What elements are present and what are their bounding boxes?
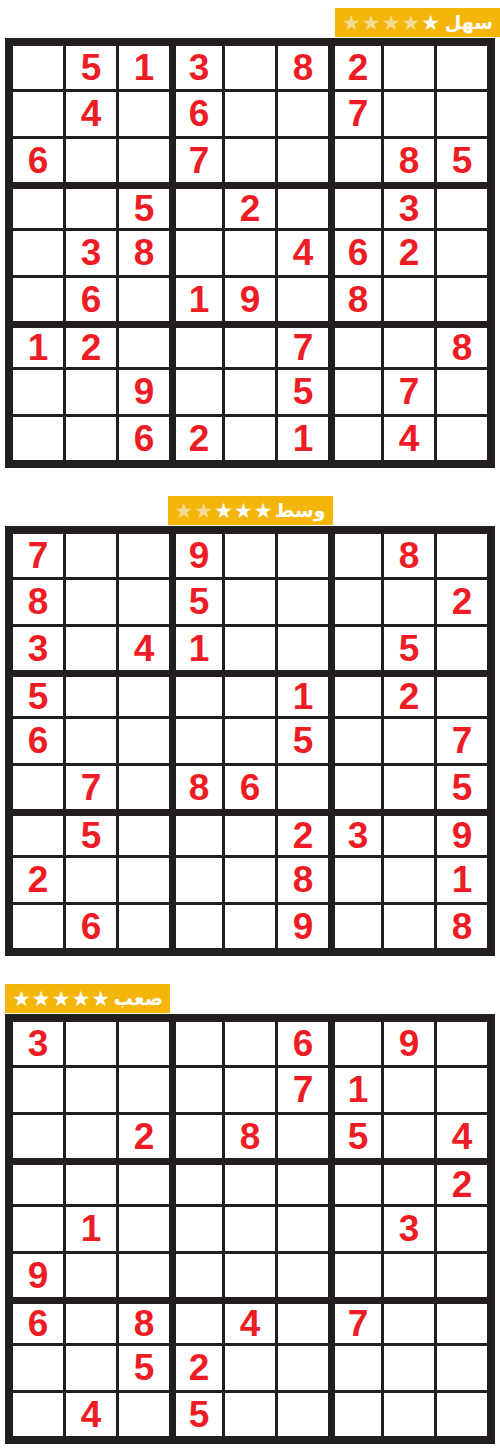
cell-r6c7[interactable] bbox=[331, 766, 381, 809]
cell-r2c5[interactable] bbox=[225, 1068, 275, 1111]
cell-r7c6[interactable] bbox=[278, 1300, 328, 1343]
cell-r7c3[interactable] bbox=[119, 812, 169, 855]
cell-r8c2[interactable] bbox=[66, 370, 116, 413]
cell-r2c4[interactable] bbox=[172, 1068, 222, 1111]
cell-r5c1[interactable]: 6 bbox=[13, 719, 63, 762]
cell-r7c4[interactable] bbox=[172, 1300, 222, 1343]
cell-r9c2[interactable] bbox=[66, 417, 116, 460]
cell-r6c1[interactable]: 9 bbox=[13, 1254, 63, 1297]
cell-r5c5[interactable] bbox=[225, 231, 275, 274]
cell-r4c4[interactable] bbox=[172, 185, 222, 228]
cell-r9c7[interactable] bbox=[331, 1393, 381, 1436]
cell-r6c3[interactable] bbox=[119, 766, 169, 809]
cell-r8c8[interactable]: 7 bbox=[384, 370, 434, 413]
difficulty-stars: ★★★★★ bbox=[12, 988, 110, 1009]
cell-r1c7[interactable]: 2 bbox=[331, 46, 381, 89]
cell-r2c6[interactable] bbox=[278, 92, 328, 135]
cell-r2c3[interactable] bbox=[119, 580, 169, 623]
star-empty-icon: ★ bbox=[175, 500, 194, 521]
cell-r7c8[interactable] bbox=[384, 324, 434, 367]
cell-r8c9[interactable] bbox=[437, 370, 487, 413]
cell-r9c4[interactable] bbox=[172, 905, 222, 948]
cell-r3c1[interactable]: 3 bbox=[13, 627, 63, 670]
cell-r7c6[interactable]: 7 bbox=[278, 324, 328, 367]
cell-r2c5[interactable] bbox=[225, 580, 275, 623]
puzzle-easy: ★★★★★ سهل 513824676785523384626198127895… bbox=[5, 8, 495, 468]
cell-r9c5[interactable] bbox=[225, 417, 275, 460]
star-filled-icon: ★ bbox=[32, 988, 51, 1009]
cell-r9c9[interactable]: 8 bbox=[437, 905, 487, 948]
cell-r5c5[interactable] bbox=[225, 1207, 275, 1250]
cell-r3c8[interactable] bbox=[384, 1115, 434, 1158]
cell-r1c7[interactable] bbox=[331, 534, 381, 577]
cell-r4c5[interactable]: 2 bbox=[225, 185, 275, 228]
difficulty-label: سهل bbox=[445, 13, 493, 32]
cell-r4c5[interactable] bbox=[225, 673, 275, 716]
star-empty-icon: ★ bbox=[382, 12, 401, 33]
cell-r5c2[interactable]: 3 bbox=[66, 231, 116, 274]
cell-r9c9[interactable] bbox=[437, 417, 487, 460]
cell-r6c6[interactable] bbox=[278, 766, 328, 809]
cell-r3c5[interactable]: 8 bbox=[225, 1115, 275, 1158]
cell-r4c4[interactable] bbox=[172, 673, 222, 716]
star-filled-icon: ★ bbox=[214, 500, 233, 521]
cell-r6c8[interactable] bbox=[384, 1254, 434, 1297]
cell-r4c6[interactable]: 1 bbox=[278, 673, 328, 716]
cell-r3c7[interactable] bbox=[331, 139, 381, 182]
cell-r1c6[interactable] bbox=[278, 534, 328, 577]
star-empty-icon: ★ bbox=[194, 500, 213, 521]
star-filled-icon: ★ bbox=[234, 500, 253, 521]
cell-r3c4[interactable] bbox=[172, 1115, 222, 1158]
cell-r3c4[interactable]: 1 bbox=[172, 627, 222, 670]
cell-r3c4[interactable]: 7 bbox=[172, 139, 222, 182]
cell-r8c5[interactable] bbox=[225, 858, 275, 901]
cell-r1c8[interactable]: 8 bbox=[384, 534, 434, 577]
cell-r7c3[interactable]: 8 bbox=[119, 1300, 169, 1343]
cell-r6c3[interactable] bbox=[119, 278, 169, 321]
cell-r2c3[interactable] bbox=[119, 1068, 169, 1111]
cell-r7c2[interactable]: 2 bbox=[66, 324, 116, 367]
cell-r7c5[interactable]: 4 bbox=[225, 1300, 275, 1343]
cell-r8c1[interactable] bbox=[13, 370, 63, 413]
cell-r4c1[interactable] bbox=[13, 1161, 63, 1204]
cell-r1c3[interactable] bbox=[119, 1022, 169, 1065]
cell-r5c9[interactable]: 7 bbox=[437, 719, 487, 762]
cell-r8c2[interactable] bbox=[66, 858, 116, 901]
cell-r4c3[interactable] bbox=[119, 1161, 169, 1204]
cell-r2c4[interactable]: 6 bbox=[172, 92, 222, 135]
cell-r7c9[interactable]: 9 bbox=[437, 812, 487, 855]
cell-r2c1[interactable] bbox=[13, 1068, 63, 1111]
cell-r5c5[interactable] bbox=[225, 719, 275, 762]
cell-r2c3[interactable] bbox=[119, 92, 169, 135]
cell-r8c9[interactable]: 1 bbox=[437, 858, 487, 901]
cell-r5c4[interactable] bbox=[172, 231, 222, 274]
cell-r9c2[interactable]: 6 bbox=[66, 905, 116, 948]
cell-r5c8[interactable] bbox=[384, 719, 434, 762]
cell-r2c6[interactable]: 7 bbox=[278, 1068, 328, 1111]
cell-r6c2[interactable]: 6 bbox=[66, 278, 116, 321]
sudoku-board-hard: 369712854213968475245 bbox=[5, 1014, 495, 1444]
cell-r8c8[interactable] bbox=[384, 1346, 434, 1389]
cell-r1c3[interactable] bbox=[119, 534, 169, 577]
cell-r8c3[interactable]: 9 bbox=[119, 370, 169, 413]
cell-r6c4[interactable]: 1 bbox=[172, 278, 222, 321]
cell-r9c6[interactable]: 1 bbox=[278, 417, 328, 460]
difficulty-banner-medium: ★★★★★ وسط bbox=[168, 496, 333, 525]
cell-r1c8[interactable]: 9 bbox=[384, 1022, 434, 1065]
cell-r5c3[interactable] bbox=[119, 719, 169, 762]
cell-r9c2[interactable]: 4 bbox=[66, 1393, 116, 1436]
cell-r5c2[interactable]: 1 bbox=[66, 1207, 116, 1250]
cell-r6c5[interactable]: 9 bbox=[225, 278, 275, 321]
difficulty-banner-easy: ★★★★★ سهل bbox=[335, 8, 500, 37]
cell-r2c6[interactable] bbox=[278, 580, 328, 623]
cell-r2c1[interactable]: 8 bbox=[13, 580, 63, 623]
cell-r8c7[interactable] bbox=[331, 370, 381, 413]
cell-r6c1[interactable] bbox=[13, 278, 63, 321]
cell-r7c7[interactable]: 3 bbox=[331, 812, 381, 855]
cell-r4c9[interactable] bbox=[437, 185, 487, 228]
cell-r5c7[interactable] bbox=[331, 719, 381, 762]
cell-r1c8[interactable] bbox=[384, 46, 434, 89]
cell-r9c7[interactable] bbox=[331, 417, 381, 460]
cell-r9c5[interactable] bbox=[225, 905, 275, 948]
cell-r9c8[interactable] bbox=[384, 905, 434, 948]
cell-r4c9[interactable] bbox=[437, 673, 487, 716]
cell-r6c8[interactable] bbox=[384, 278, 434, 321]
star-filled-icon: ★ bbox=[91, 988, 110, 1009]
cell-r7c7[interactable]: 7 bbox=[331, 1300, 381, 1343]
cell-r3c6[interactable] bbox=[278, 627, 328, 670]
cell-r5c3[interactable]: 8 bbox=[119, 231, 169, 274]
cell-r9c3[interactable]: 6 bbox=[119, 417, 169, 460]
cell-r7c4[interactable] bbox=[172, 324, 222, 367]
cell-r6c2[interactable] bbox=[66, 1254, 116, 1297]
cell-r6c5[interactable]: 6 bbox=[225, 766, 275, 809]
cell-r3c2[interactable] bbox=[66, 139, 116, 182]
cell-r4c7[interactable] bbox=[331, 185, 381, 228]
cell-r1c2[interactable] bbox=[66, 1022, 116, 1065]
difficulty-label: وسط bbox=[275, 501, 326, 520]
cell-r3c1[interactable] bbox=[13, 1115, 63, 1158]
cell-r6c6[interactable] bbox=[278, 1254, 328, 1297]
cell-r9c1[interactable] bbox=[13, 1393, 63, 1436]
cell-r6c7[interactable]: 8 bbox=[331, 278, 381, 321]
cell-r5c8[interactable]: 2 bbox=[384, 231, 434, 274]
cell-r8c6[interactable] bbox=[278, 1346, 328, 1389]
cell-r4c2[interactable] bbox=[66, 185, 116, 228]
cell-r8c6[interactable]: 5 bbox=[278, 370, 328, 413]
cell-r9c8[interactable]: 4 bbox=[384, 417, 434, 460]
cell-r8c9[interactable] bbox=[437, 1346, 487, 1389]
cell-r5c1[interactable] bbox=[13, 1207, 63, 1250]
cell-r4c2[interactable] bbox=[66, 673, 116, 716]
cell-r3c8[interactable]: 8 bbox=[384, 139, 434, 182]
cell-r6c4[interactable]: 8 bbox=[172, 766, 222, 809]
cell-r2c5[interactable] bbox=[225, 92, 275, 135]
cell-r8c2[interactable] bbox=[66, 1346, 116, 1389]
cell-r8c4[interactable] bbox=[172, 370, 222, 413]
cell-r4c1[interactable] bbox=[13, 185, 63, 228]
cell-r9c3[interactable] bbox=[119, 905, 169, 948]
cell-r7c9[interactable]: 8 bbox=[437, 324, 487, 367]
cell-r3c9[interactable] bbox=[437, 627, 487, 670]
cell-r5c6[interactable]: 5 bbox=[278, 719, 328, 762]
cell-r1c5[interactable] bbox=[225, 1022, 275, 1065]
cell-r7c1[interactable] bbox=[13, 812, 63, 855]
cell-r8c1[interactable] bbox=[13, 1346, 63, 1389]
cell-r5c6[interactable] bbox=[278, 1207, 328, 1250]
cell-r7c1[interactable]: 6 bbox=[13, 1300, 63, 1343]
cell-r3c2[interactable] bbox=[66, 627, 116, 670]
cell-r5c4[interactable] bbox=[172, 719, 222, 762]
cell-r2c8[interactable] bbox=[384, 580, 434, 623]
cell-r8c3[interactable] bbox=[119, 858, 169, 901]
cell-r1c7[interactable] bbox=[331, 1022, 381, 1065]
cell-r7c8[interactable] bbox=[384, 812, 434, 855]
cell-r3c1[interactable]: 6 bbox=[13, 139, 63, 182]
star-filled-icon: ★ bbox=[52, 988, 71, 1009]
cell-r8c5[interactable] bbox=[225, 370, 275, 413]
difficulty-label: صعب bbox=[114, 989, 163, 1008]
cell-r8c3[interactable]: 5 bbox=[119, 1346, 169, 1389]
cell-r5c3[interactable] bbox=[119, 1207, 169, 1250]
cell-r3c6[interactable] bbox=[278, 139, 328, 182]
cell-r4c5[interactable] bbox=[225, 1161, 275, 1204]
difficulty-stars: ★★★★★ bbox=[342, 12, 440, 33]
cell-r9c4[interactable]: 2 bbox=[172, 417, 222, 460]
star-empty-icon: ★ bbox=[362, 12, 381, 33]
cell-r1c6[interactable]: 8 bbox=[278, 46, 328, 89]
cell-r1c6[interactable]: 6 bbox=[278, 1022, 328, 1065]
puzzle-hard: ★★★★★ صعب 369712854213968475245 bbox=[5, 984, 495, 1444]
cell-r3c9[interactable]: 5 bbox=[437, 139, 487, 182]
cell-r4c7[interactable] bbox=[331, 673, 381, 716]
sudoku-board-easy: 51382467678552338462619812789576214 bbox=[5, 38, 495, 468]
cell-r1c5[interactable] bbox=[225, 46, 275, 89]
star-empty-icon: ★ bbox=[401, 12, 420, 33]
cell-r6c6[interactable] bbox=[278, 278, 328, 321]
cell-r4c3[interactable] bbox=[119, 673, 169, 716]
sudoku-board-medium: 798852341551265778655239281698 bbox=[5, 526, 495, 956]
cell-r5c6[interactable]: 4 bbox=[278, 231, 328, 274]
cell-r4c2[interactable] bbox=[66, 1161, 116, 1204]
cell-r7c1[interactable]: 1 bbox=[13, 324, 63, 367]
cell-r4c8[interactable] bbox=[384, 1161, 434, 1204]
cell-r3c3[interactable] bbox=[119, 139, 169, 182]
cell-r2c7[interactable]: 7 bbox=[331, 92, 381, 135]
cell-r1c9[interactable] bbox=[437, 46, 487, 89]
cell-r9c6[interactable] bbox=[278, 1393, 328, 1436]
cell-r6c9[interactable]: 5 bbox=[437, 766, 487, 809]
cell-r4c6[interactable] bbox=[278, 1161, 328, 1204]
cell-r2c2[interactable] bbox=[66, 580, 116, 623]
cell-r3c7[interactable]: 5 bbox=[331, 1115, 381, 1158]
puzzle-medium: ★★★★★ وسط 798852341551265778655239281698 bbox=[5, 496, 495, 956]
cell-r9c7[interactable] bbox=[331, 905, 381, 948]
cell-r8c1[interactable]: 2 bbox=[13, 858, 63, 901]
cell-r1c4[interactable] bbox=[172, 1022, 222, 1065]
star-filled-icon: ★ bbox=[421, 12, 440, 33]
cell-r5c9[interactable] bbox=[437, 1207, 487, 1250]
cell-r5c7[interactable]: 6 bbox=[331, 231, 381, 274]
cell-r5c1[interactable] bbox=[13, 231, 63, 274]
cell-r2c4[interactable]: 5 bbox=[172, 580, 222, 623]
cell-r1c5[interactable] bbox=[225, 534, 275, 577]
cell-r2c2[interactable]: 4 bbox=[66, 92, 116, 135]
cell-r5c7[interactable] bbox=[331, 1207, 381, 1250]
cell-r5c2[interactable] bbox=[66, 719, 116, 762]
cell-r1c4[interactable]: 3 bbox=[172, 46, 222, 89]
cell-r6c9[interactable] bbox=[437, 1254, 487, 1297]
cell-r9c5[interactable] bbox=[225, 1393, 275, 1436]
cell-r1c1[interactable]: 7 bbox=[13, 534, 63, 577]
cell-r7c7[interactable] bbox=[331, 324, 381, 367]
cell-r1c2[interactable] bbox=[66, 534, 116, 577]
cell-r3c3[interactable]: 2 bbox=[119, 1115, 169, 1158]
cell-r5c9[interactable] bbox=[437, 231, 487, 274]
cell-r2c9[interactable] bbox=[437, 92, 487, 135]
cell-r8c5[interactable] bbox=[225, 1346, 275, 1389]
cell-r7c5[interactable] bbox=[225, 324, 275, 367]
cell-r4c4[interactable] bbox=[172, 1161, 222, 1204]
cell-r7c2[interactable] bbox=[66, 1300, 116, 1343]
cell-r3c7[interactable] bbox=[331, 627, 381, 670]
star-empty-icon: ★ bbox=[342, 12, 361, 33]
star-filled-icon: ★ bbox=[12, 988, 31, 1009]
cell-r9c9[interactable] bbox=[437, 1393, 487, 1436]
cell-r7c6[interactable]: 2 bbox=[278, 812, 328, 855]
cell-r6c7[interactable] bbox=[331, 1254, 381, 1297]
cell-r2c7[interactable] bbox=[331, 580, 381, 623]
cell-r6c9[interactable] bbox=[437, 278, 487, 321]
sudoku-page: ★★★★★ سهل 513824676785523384626198127895… bbox=[0, 0, 500, 1456]
cell-r6c4[interactable] bbox=[172, 1254, 222, 1297]
cell-r9c6[interactable]: 9 bbox=[278, 905, 328, 948]
cell-r1c1[interactable]: 3 bbox=[13, 1022, 63, 1065]
cell-r3c3[interactable]: 4 bbox=[119, 627, 169, 670]
cell-r7c4[interactable] bbox=[172, 812, 222, 855]
cell-r7c2[interactable]: 5 bbox=[66, 812, 116, 855]
cell-r7c8[interactable] bbox=[384, 1300, 434, 1343]
cell-r3c9[interactable]: 4 bbox=[437, 1115, 487, 1158]
cell-r3c5[interactable] bbox=[225, 627, 275, 670]
cell-r6c5[interactable] bbox=[225, 1254, 275, 1297]
cell-r2c8[interactable] bbox=[384, 1068, 434, 1111]
cell-r3c2[interactable] bbox=[66, 1115, 116, 1158]
cell-r1c1[interactable] bbox=[13, 46, 63, 89]
cell-r2c2[interactable] bbox=[66, 1068, 116, 1111]
cell-r9c1[interactable] bbox=[13, 417, 63, 460]
cell-r6c8[interactable] bbox=[384, 766, 434, 809]
cell-r9c1[interactable] bbox=[13, 905, 63, 948]
cell-r8c7[interactable] bbox=[331, 1346, 381, 1389]
cell-r2c9[interactable] bbox=[437, 1068, 487, 1111]
cell-r2c9[interactable]: 2 bbox=[437, 580, 487, 623]
cell-r9c4[interactable]: 5 bbox=[172, 1393, 222, 1436]
cell-r8c6[interactable]: 8 bbox=[278, 858, 328, 901]
cell-r6c1[interactable] bbox=[13, 766, 63, 809]
cell-r6c2[interactable]: 7 bbox=[66, 766, 116, 809]
cell-r3c5[interactable] bbox=[225, 139, 275, 182]
cell-r5c8[interactable]: 3 bbox=[384, 1207, 434, 1250]
cell-r1c9[interactable] bbox=[437, 1022, 487, 1065]
cell-r1c9[interactable] bbox=[437, 534, 487, 577]
star-filled-icon: ★ bbox=[254, 500, 273, 521]
cell-r4c9[interactable]: 2 bbox=[437, 1161, 487, 1204]
cell-r4c8[interactable]: 2 bbox=[384, 673, 434, 716]
cell-r8c4[interactable]: 2 bbox=[172, 1346, 222, 1389]
cell-r8c8[interactable] bbox=[384, 858, 434, 901]
cell-r1c2[interactable]: 5 bbox=[66, 46, 116, 89]
cell-r1c4[interactable]: 9 bbox=[172, 534, 222, 577]
difficulty-stars: ★★★★★ bbox=[175, 500, 273, 521]
cell-r7c3[interactable] bbox=[119, 324, 169, 367]
cell-r6c3[interactable] bbox=[119, 1254, 169, 1297]
cell-r3c8[interactable]: 5 bbox=[384, 627, 434, 670]
cell-r9c3[interactable] bbox=[119, 1393, 169, 1436]
star-filled-icon: ★ bbox=[71, 988, 90, 1009]
cell-r7c5[interactable] bbox=[225, 812, 275, 855]
cell-r7c9[interactable] bbox=[437, 1300, 487, 1343]
cell-r2c8[interactable] bbox=[384, 92, 434, 135]
cell-r8c7[interactable] bbox=[331, 858, 381, 901]
cell-r1c3[interactable]: 1 bbox=[119, 46, 169, 89]
cell-r4c3[interactable]: 5 bbox=[119, 185, 169, 228]
cell-r9c8[interactable] bbox=[384, 1393, 434, 1436]
cell-r4c7[interactable] bbox=[331, 1161, 381, 1204]
cell-r8c4[interactable] bbox=[172, 858, 222, 901]
difficulty-banner-hard: ★★★★★ صعب bbox=[5, 984, 170, 1013]
cell-r4c8[interactable]: 3 bbox=[384, 185, 434, 228]
cell-r4c6[interactable] bbox=[278, 185, 328, 228]
cell-r3c6[interactable] bbox=[278, 1115, 328, 1158]
cell-r5c4[interactable] bbox=[172, 1207, 222, 1250]
cell-r2c1[interactable] bbox=[13, 92, 63, 135]
cell-r2c7[interactable]: 1 bbox=[331, 1068, 381, 1111]
cell-r4c1[interactable]: 5 bbox=[13, 673, 63, 716]
